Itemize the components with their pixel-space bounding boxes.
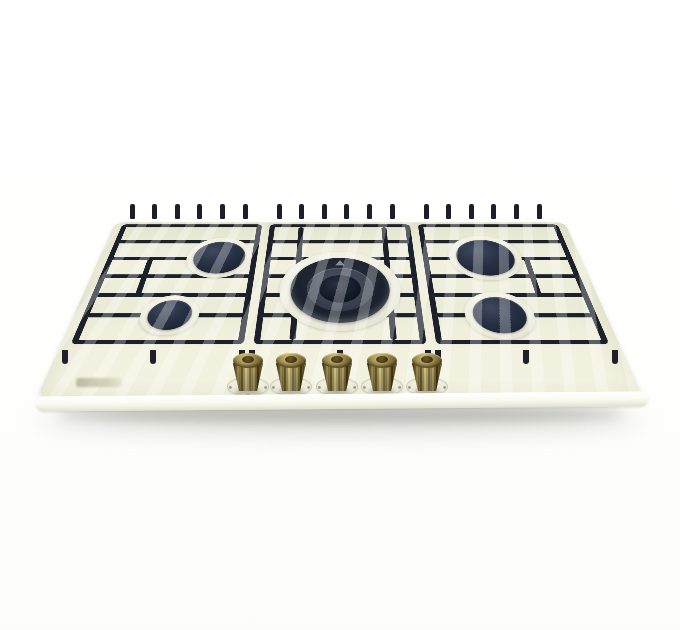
grate-tooth (367, 204, 372, 219)
grate-tooth (220, 204, 225, 219)
burner-center-wok-igniter-notch (335, 260, 345, 265)
brand-logo (76, 378, 122, 387)
grate-tooth (299, 204, 304, 219)
grate-tooth (243, 204, 248, 219)
grate-tooth (446, 204, 451, 219)
grate-tooth (322, 204, 327, 219)
grate-tooth (175, 204, 180, 219)
knob-top-core (421, 356, 433, 363)
grate-tooth (390, 204, 395, 219)
knob-top-core (285, 356, 297, 363)
grate-tooth (514, 204, 519, 219)
grate-tooth (491, 204, 496, 219)
grate-tooth (152, 204, 157, 219)
knob-top-core (242, 356, 254, 363)
grate-tooth (130, 204, 135, 219)
grate-tooth (537, 204, 542, 219)
grate-tooth (197, 204, 202, 219)
grate-tooth (277, 204, 282, 219)
grate-foot (523, 350, 529, 364)
grate-tooth (469, 204, 474, 219)
grate-rung-1 (271, 240, 409, 243)
grate-foot (150, 350, 156, 364)
knob-top-core (376, 356, 388, 363)
knob-top-core (331, 356, 343, 363)
product-photo-stage (0, 0, 680, 630)
grate-tooth (344, 204, 349, 219)
grate-tooth (424, 204, 429, 219)
grate-foot (62, 350, 68, 364)
grate-foot (612, 350, 618, 364)
